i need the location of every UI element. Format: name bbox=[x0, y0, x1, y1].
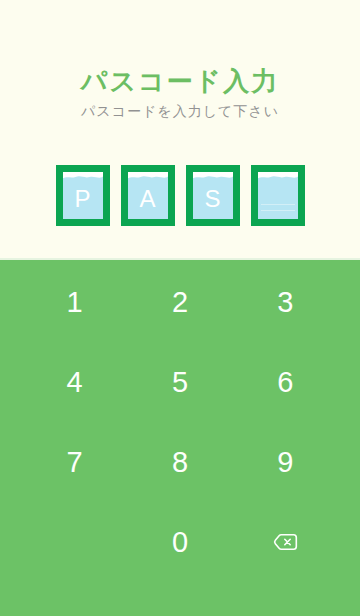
key-7[interactable]: 7 bbox=[22, 422, 127, 502]
passcode-box-1: P bbox=[56, 165, 110, 226]
passcode-letter: S bbox=[204, 180, 220, 211]
backspace-button[interactable] bbox=[233, 502, 338, 582]
passcode-letter: A bbox=[139, 180, 155, 211]
backspace-icon bbox=[272, 532, 299, 552]
passcode-box-3: S bbox=[186, 165, 240, 226]
page-title: パスコード入力 bbox=[0, 64, 360, 99]
passcode-row: P A S bbox=[0, 165, 360, 226]
water-texture-line bbox=[261, 210, 295, 211]
water-fill: S bbox=[193, 172, 233, 219]
water-texture-line bbox=[261, 204, 295, 205]
passcode-letter: P bbox=[74, 180, 90, 211]
key-4[interactable]: 4 bbox=[22, 342, 127, 422]
page-subtitle: パスコードを入力して下さい bbox=[0, 103, 360, 121]
key-0[interactable]: 0 bbox=[127, 502, 232, 582]
water-fill: P bbox=[63, 172, 103, 219]
water-fill: A bbox=[128, 172, 168, 219]
key-1[interactable]: 1 bbox=[22, 262, 127, 342]
keypad-grid: 1 2 3 4 5 6 7 8 9 0 bbox=[0, 260, 360, 582]
passcode-box-4 bbox=[251, 165, 305, 226]
key-empty bbox=[22, 502, 127, 582]
key-8[interactable]: 8 bbox=[127, 422, 232, 502]
passcode-screen: パスコード入力 パスコードを入力して下さい P A bbox=[0, 0, 360, 616]
key-9[interactable]: 9 bbox=[233, 422, 338, 502]
numeric-keypad: 1 2 3 4 5 6 7 8 9 0 bbox=[0, 258, 360, 616]
water-wave-icon bbox=[258, 172, 298, 181]
key-6[interactable]: 6 bbox=[233, 342, 338, 422]
key-2[interactable]: 2 bbox=[127, 262, 232, 342]
key-5[interactable]: 5 bbox=[127, 342, 232, 422]
passcode-box-2: A bbox=[121, 165, 175, 226]
key-3[interactable]: 3 bbox=[233, 262, 338, 342]
water-fill bbox=[258, 172, 298, 219]
